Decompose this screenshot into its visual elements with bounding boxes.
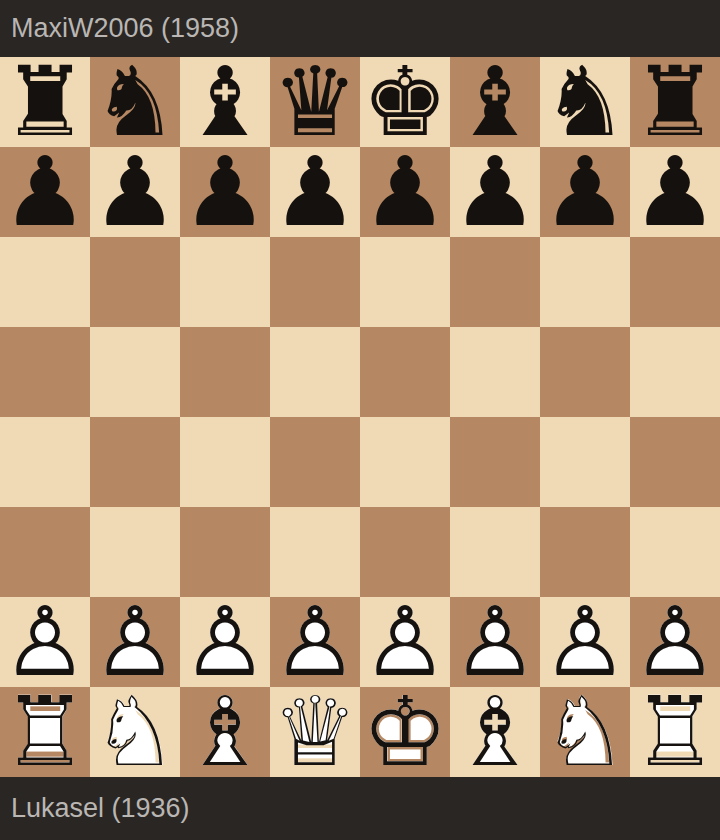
square-b3[interactable]	[90, 507, 180, 597]
piece-outline-glyph: ♙	[180, 597, 270, 687]
square-b2[interactable]: ♟♙	[90, 597, 180, 687]
square-d2[interactable]: ♟♙	[270, 597, 360, 687]
white-pawn[interactable]: ♟♙	[360, 597, 450, 687]
square-c3[interactable]	[180, 507, 270, 597]
white-knight[interactable]: ♞♘	[90, 687, 180, 777]
square-a4[interactable]	[0, 417, 90, 507]
piece-outline-glyph: ♕	[270, 687, 360, 777]
white-pawn[interactable]: ♟♙	[540, 597, 630, 687]
white-king[interactable]: ♚♔	[360, 687, 450, 777]
black-bishop[interactable]: ♝	[450, 57, 540, 147]
white-knight[interactable]: ♞♘	[540, 687, 630, 777]
piece-glyph: ♜	[0, 57, 90, 147]
black-king[interactable]: ♚	[360, 57, 450, 147]
square-e8[interactable]: ♚	[360, 57, 450, 147]
piece-outline-glyph: ♙	[630, 597, 720, 687]
square-c4[interactable]	[180, 417, 270, 507]
square-c2[interactable]: ♟♙	[180, 597, 270, 687]
piece-outline-glyph: ♖	[0, 687, 90, 777]
square-f5[interactable]	[450, 327, 540, 417]
square-h4[interactable]	[630, 417, 720, 507]
square-b6[interactable]	[90, 237, 180, 327]
black-pawn[interactable]: ♟	[270, 147, 360, 237]
chess-board[interactable]: ♜♞♝♛♚♝♞♜♟♟♟♟♟♟♟♟♟♙♟♙♟♙♟♙♟♙♟♙♟♙♟♙♜♖♞♘♝♗♛♕…	[0, 57, 720, 777]
piece-outline-glyph: ♘	[540, 687, 630, 777]
square-g8[interactable]: ♞	[540, 57, 630, 147]
chess-app: MaxiW2006 (1958) ♜♞♝♛♚♝♞♜♟♟♟♟♟♟♟♟♟♙♟♙♟♙♟…	[0, 0, 720, 840]
square-e1[interactable]: ♚♔	[360, 687, 450, 777]
piece-outline-glyph: ♙	[450, 597, 540, 687]
square-h2[interactable]: ♟♙	[630, 597, 720, 687]
square-h1[interactable]: ♜♖	[630, 687, 720, 777]
black-queen[interactable]: ♛	[270, 57, 360, 147]
square-h3[interactable]	[630, 507, 720, 597]
square-e4[interactable]	[360, 417, 450, 507]
square-g7[interactable]: ♟	[540, 147, 630, 237]
square-c8[interactable]: ♝	[180, 57, 270, 147]
piece-glyph: ♚	[360, 57, 450, 147]
square-b1[interactable]: ♞♘	[90, 687, 180, 777]
square-g3[interactable]	[540, 507, 630, 597]
piece-glyph: ♞	[90, 57, 180, 147]
square-f7[interactable]: ♟	[450, 147, 540, 237]
square-h5[interactable]	[630, 327, 720, 417]
square-d4[interactable]	[270, 417, 360, 507]
piece-outline-glyph: ♖	[630, 687, 720, 777]
white-pawn[interactable]: ♟♙	[450, 597, 540, 687]
piece-outline-glyph: ♙	[0, 597, 90, 687]
piece-outline-glyph: ♗	[180, 687, 270, 777]
square-a8[interactable]: ♜	[0, 57, 90, 147]
white-queen[interactable]: ♛♕	[270, 687, 360, 777]
square-a3[interactable]	[0, 507, 90, 597]
white-pawn[interactable]: ♟♙	[630, 597, 720, 687]
square-e3[interactable]	[360, 507, 450, 597]
square-d5[interactable]	[270, 327, 360, 417]
piece-glyph: ♟	[540, 147, 630, 237]
square-d1[interactable]: ♛♕	[270, 687, 360, 777]
piece-outline-glyph: ♙	[360, 597, 450, 687]
square-b5[interactable]	[90, 327, 180, 417]
square-f8[interactable]: ♝	[450, 57, 540, 147]
square-g2[interactable]: ♟♙	[540, 597, 630, 687]
square-f6[interactable]	[450, 237, 540, 327]
white-bishop[interactable]: ♝♗	[180, 687, 270, 777]
piece-glyph: ♟	[270, 147, 360, 237]
piece-glyph: ♟	[360, 147, 450, 237]
black-pawn[interactable]: ♟	[540, 147, 630, 237]
piece-outline-glyph: ♙	[540, 597, 630, 687]
top-player-label: MaxiW2006 (1958)	[11, 13, 239, 44]
square-f4[interactable]	[450, 417, 540, 507]
white-rook[interactable]: ♜♖	[630, 687, 720, 777]
square-c1[interactable]: ♝♗	[180, 687, 270, 777]
square-f2[interactable]: ♟♙	[450, 597, 540, 687]
black-pawn[interactable]: ♟	[180, 147, 270, 237]
square-e2[interactable]: ♟♙	[360, 597, 450, 687]
square-b8[interactable]: ♞	[90, 57, 180, 147]
square-h8[interactable]: ♜	[630, 57, 720, 147]
square-e7[interactable]: ♟	[360, 147, 450, 237]
white-pawn[interactable]: ♟♙	[90, 597, 180, 687]
square-f3[interactable]	[450, 507, 540, 597]
square-c7[interactable]: ♟	[180, 147, 270, 237]
square-a6[interactable]	[0, 237, 90, 327]
square-b4[interactable]	[90, 417, 180, 507]
piece-glyph: ♟	[630, 147, 720, 237]
white-pawn[interactable]: ♟♙	[270, 597, 360, 687]
white-rook[interactable]: ♜♖	[0, 687, 90, 777]
square-g5[interactable]	[540, 327, 630, 417]
square-a1[interactable]: ♜♖	[0, 687, 90, 777]
square-g1[interactable]: ♞♘	[540, 687, 630, 777]
black-knight[interactable]: ♞	[540, 57, 630, 147]
square-d3[interactable]	[270, 507, 360, 597]
black-pawn[interactable]: ♟	[0, 147, 90, 237]
piece-glyph: ♝	[180, 57, 270, 147]
black-pawn[interactable]: ♟	[630, 147, 720, 237]
piece-outline-glyph: ♙	[90, 597, 180, 687]
piece-glyph: ♛	[270, 57, 360, 147]
black-pawn[interactable]: ♟	[360, 147, 450, 237]
black-knight[interactable]: ♞	[90, 57, 180, 147]
black-pawn[interactable]: ♟	[450, 147, 540, 237]
square-f1[interactable]: ♝♗	[450, 687, 540, 777]
square-a5[interactable]	[0, 327, 90, 417]
square-c5[interactable]	[180, 327, 270, 417]
piece-glyph: ♞	[540, 57, 630, 147]
piece-glyph: ♟	[450, 147, 540, 237]
piece-outline-glyph: ♙	[270, 597, 360, 687]
piece-glyph: ♟	[0, 147, 90, 237]
piece-glyph: ♟	[180, 147, 270, 237]
white-pawn[interactable]: ♟♙	[180, 597, 270, 687]
square-h7[interactable]: ♟	[630, 147, 720, 237]
square-a7[interactable]: ♟	[0, 147, 90, 237]
piece-glyph: ♟	[90, 147, 180, 237]
square-e5[interactable]	[360, 327, 450, 417]
white-pawn[interactable]: ♟♙	[0, 597, 90, 687]
square-a2[interactable]: ♟♙	[0, 597, 90, 687]
black-rook[interactable]: ♜	[0, 57, 90, 147]
square-h6[interactable]	[630, 237, 720, 327]
square-b7[interactable]: ♟	[90, 147, 180, 237]
square-d6[interactable]	[270, 237, 360, 327]
black-bishop[interactable]: ♝	[180, 57, 270, 147]
black-rook[interactable]: ♜	[630, 57, 720, 147]
square-d8[interactable]: ♛	[270, 57, 360, 147]
piece-glyph: ♝	[450, 57, 540, 147]
piece-outline-glyph: ♘	[90, 687, 180, 777]
square-c6[interactable]	[180, 237, 270, 327]
square-g4[interactable]	[540, 417, 630, 507]
white-bishop[interactable]: ♝♗	[450, 687, 540, 777]
piece-outline-glyph: ♗	[450, 687, 540, 777]
piece-glyph: ♜	[630, 57, 720, 147]
square-d7[interactable]: ♟	[270, 147, 360, 237]
square-g6[interactable]	[540, 237, 630, 327]
bottom-player-label: Lukasel (1936)	[11, 793, 190, 824]
piece-outline-glyph: ♔	[360, 687, 450, 777]
black-pawn[interactable]: ♟	[90, 147, 180, 237]
square-e6[interactable]	[360, 237, 450, 327]
